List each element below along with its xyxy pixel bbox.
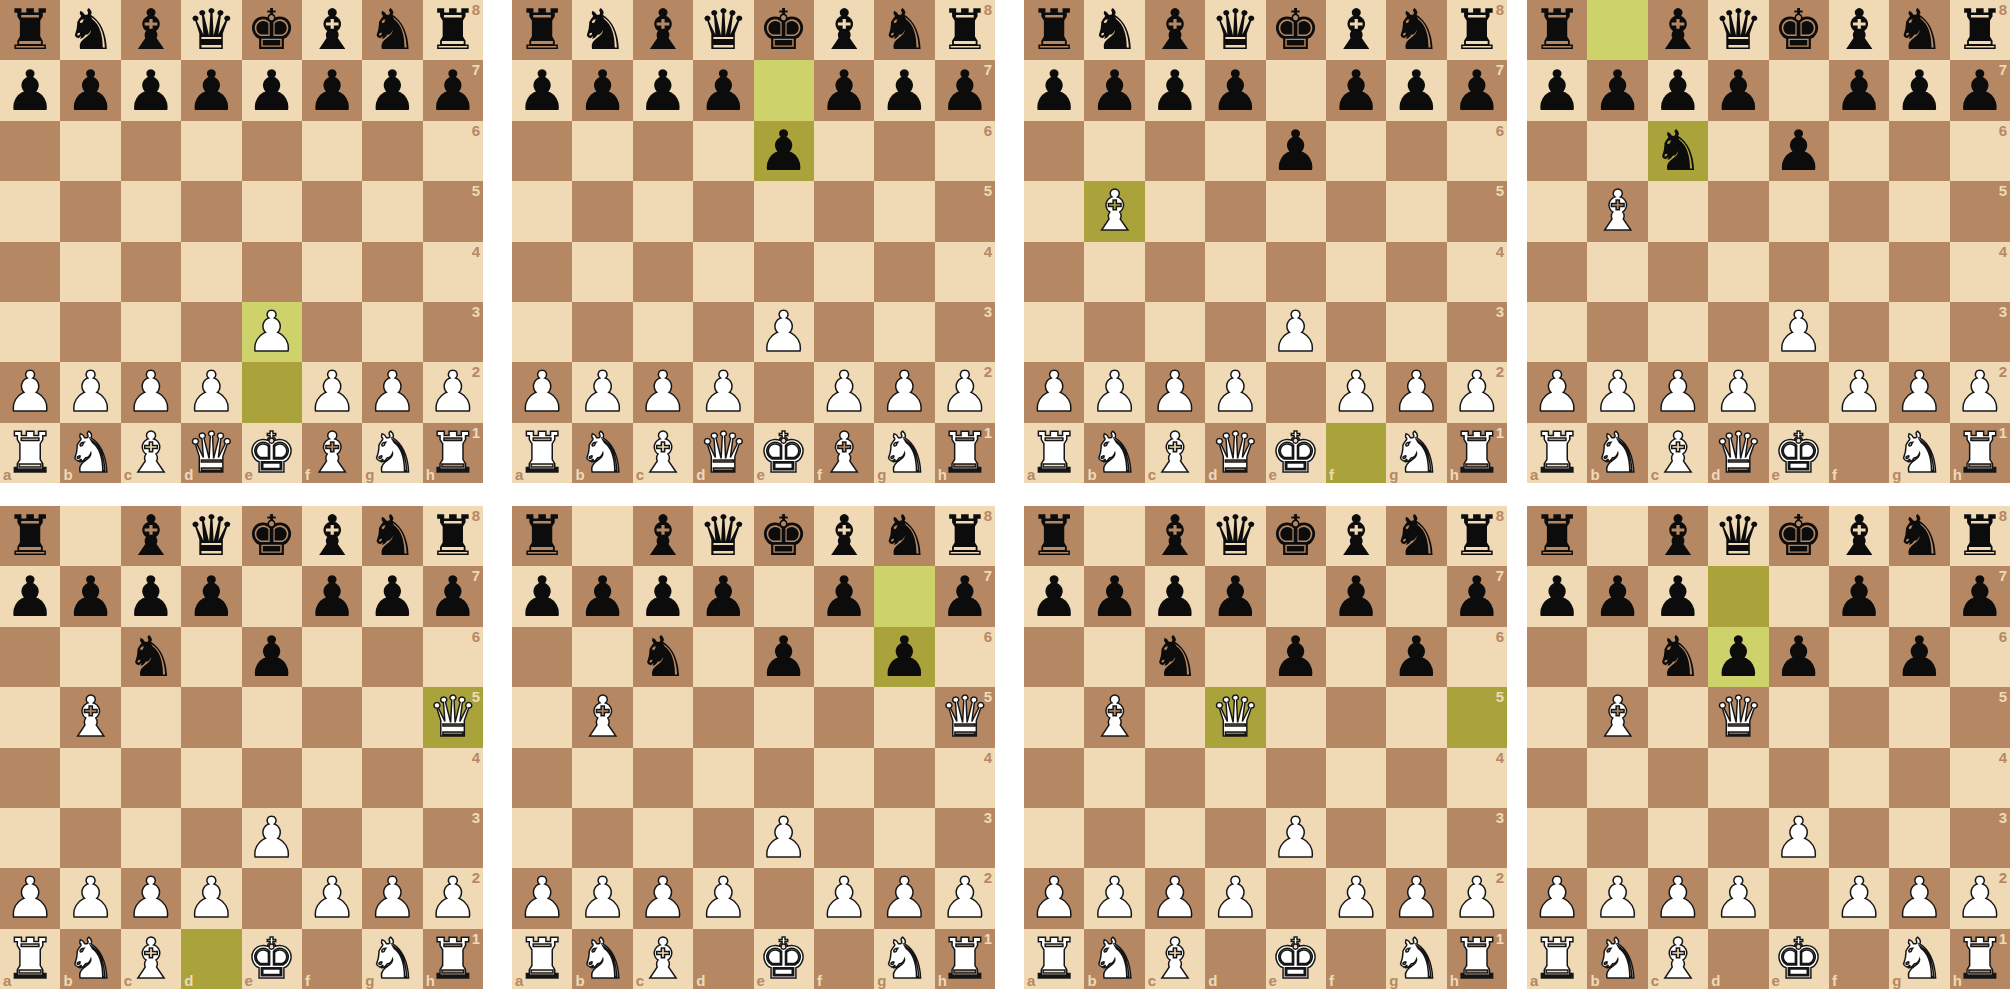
square-d2: ♟ bbox=[693, 362, 753, 422]
square-a8: ♜ bbox=[1024, 506, 1084, 566]
black-rook: ♜ bbox=[517, 2, 567, 58]
rank-label-4: 4 bbox=[984, 749, 992, 766]
square-e7 bbox=[754, 60, 814, 120]
white-queen: ♛ bbox=[1713, 689, 1763, 745]
square-b8 bbox=[1587, 0, 1647, 60]
square-h4: 4 bbox=[1950, 242, 2010, 302]
square-e4 bbox=[1769, 748, 1829, 808]
square-a7: ♟ bbox=[1527, 566, 1587, 626]
square-c4 bbox=[1145, 748, 1205, 808]
square-d7: ♟ bbox=[181, 566, 241, 626]
square-f3 bbox=[814, 302, 874, 362]
square-c5 bbox=[1145, 687, 1205, 747]
white-bishop: ♝ bbox=[819, 425, 869, 481]
square-h1: ♜1h bbox=[1950, 929, 2010, 989]
rank-label-4: 4 bbox=[1999, 243, 2007, 260]
square-d3 bbox=[181, 302, 241, 362]
white-knight: ♞ bbox=[1592, 931, 1642, 987]
white-rook: ♜ bbox=[5, 425, 55, 481]
square-f6 bbox=[302, 627, 362, 687]
square-h6: 6 bbox=[1447, 627, 1507, 687]
white-pawn: ♟ bbox=[1391, 870, 1441, 926]
white-pawn: ♟ bbox=[1713, 870, 1763, 926]
black-rook: ♜ bbox=[1955, 508, 2005, 564]
rank-label-6: 6 bbox=[984, 122, 992, 139]
square-e3: ♟ bbox=[1266, 808, 1326, 868]
square-f3 bbox=[1326, 302, 1386, 362]
black-rook: ♜ bbox=[1452, 2, 1502, 58]
black-pawn: ♟ bbox=[1532, 569, 1582, 625]
square-e7 bbox=[1769, 60, 1829, 120]
black-pawn: ♟ bbox=[1894, 63, 1944, 119]
square-d4 bbox=[1708, 242, 1768, 302]
square-g6 bbox=[1889, 121, 1949, 181]
square-e6: ♟ bbox=[1769, 121, 1829, 181]
chess-board-2[interactable]: ♜♞♝♛♚♝♞♜8♟♟♟♟♟♟♟7♟654♟3♟♟♟♟♟♟♟2♜a♞b♝c♛d♚… bbox=[512, 0, 995, 483]
chess-board-7[interactable]: ♜♝♛♚♝♞♜8♟♟♟♟♟♟7♞♟♟6♝♛54♟3♟♟♟♟♟♟♟2♜a♞b♝cd… bbox=[1024, 506, 1507, 989]
square-d6 bbox=[693, 627, 753, 687]
white-rook: ♜ bbox=[428, 425, 478, 481]
white-bishop: ♝ bbox=[1150, 931, 1200, 987]
square-f7: ♟ bbox=[814, 60, 874, 120]
square-b2: ♟ bbox=[60, 362, 120, 422]
rank-label-3: 3 bbox=[472, 303, 480, 320]
square-b5 bbox=[60, 181, 120, 241]
square-a3 bbox=[1527, 302, 1587, 362]
white-pawn: ♟ bbox=[307, 364, 357, 420]
black-pawn: ♟ bbox=[428, 63, 478, 119]
black-knight: ♞ bbox=[367, 508, 417, 564]
white-rook: ♜ bbox=[1955, 931, 2005, 987]
square-d4 bbox=[1205, 242, 1265, 302]
black-queen: ♛ bbox=[1210, 508, 1260, 564]
square-a3 bbox=[1024, 808, 1084, 868]
chess-board-1[interactable]: ♜♞♝♛♚♝♞♜8♟♟♟♟♟♟♟♟7654♟3♟♟♟♟♟♟♟2♜a♞b♝c♛d♚… bbox=[0, 0, 483, 483]
square-e2 bbox=[1769, 362, 1829, 422]
square-a8: ♜ bbox=[1527, 506, 1587, 566]
white-king: ♚ bbox=[1774, 931, 1824, 987]
square-c6: ♞ bbox=[1145, 627, 1205, 687]
black-pawn: ♟ bbox=[1452, 569, 1502, 625]
white-bishop: ♝ bbox=[638, 931, 688, 987]
square-e3: ♟ bbox=[1769, 302, 1829, 362]
square-f4 bbox=[814, 242, 874, 302]
square-d2: ♟ bbox=[181, 868, 241, 928]
square-a8: ♜ bbox=[1527, 0, 1587, 60]
square-f3 bbox=[302, 302, 362, 362]
square-g1: ♞g bbox=[1386, 423, 1446, 483]
square-a3 bbox=[512, 302, 572, 362]
white-pawn: ♟ bbox=[1089, 870, 1139, 926]
white-bishop: ♝ bbox=[1089, 183, 1139, 239]
square-b3 bbox=[1084, 302, 1144, 362]
square-a2: ♟ bbox=[512, 362, 572, 422]
square-a5 bbox=[512, 687, 572, 747]
black-knight: ♞ bbox=[1894, 2, 1944, 58]
square-e4 bbox=[242, 748, 302, 808]
square-a6 bbox=[512, 627, 572, 687]
square-c7: ♟ bbox=[121, 566, 181, 626]
white-pawn: ♟ bbox=[428, 364, 478, 420]
square-d8: ♛ bbox=[693, 506, 753, 566]
file-label-f: f bbox=[305, 972, 310, 989]
square-b4 bbox=[572, 242, 632, 302]
square-e1: ♚e bbox=[754, 423, 814, 483]
square-g6 bbox=[874, 121, 934, 181]
white-pawn: ♟ bbox=[1592, 870, 1642, 926]
black-pawn: ♟ bbox=[367, 569, 417, 625]
file-label-d: d bbox=[1208, 972, 1217, 989]
square-c4 bbox=[633, 242, 693, 302]
square-a3 bbox=[0, 302, 60, 362]
square-d6 bbox=[1205, 121, 1265, 181]
white-pawn: ♟ bbox=[1653, 364, 1703, 420]
black-bishop: ♝ bbox=[819, 2, 869, 58]
square-g6: ♟ bbox=[1386, 627, 1446, 687]
square-f4 bbox=[1829, 242, 1889, 302]
square-c3 bbox=[1145, 808, 1205, 868]
square-b5: ♝ bbox=[1084, 181, 1144, 241]
square-c4 bbox=[633, 748, 693, 808]
square-b4 bbox=[572, 748, 632, 808]
square-h4: 4 bbox=[1447, 242, 1507, 302]
square-b2: ♟ bbox=[1587, 362, 1647, 422]
square-h1: ♜1h bbox=[1950, 423, 2010, 483]
square-g7: ♟ bbox=[1386, 60, 1446, 120]
white-rook: ♜ bbox=[428, 931, 478, 987]
square-b8: ♞ bbox=[572, 0, 632, 60]
black-pawn: ♟ bbox=[5, 569, 55, 625]
square-a4 bbox=[512, 242, 572, 302]
chess-board-8[interactable]: ♜♝♛♚♝♞♜8♟♟♟♟♟7♞♟♟♟6♝♛54♟3♟♟♟♟♟♟♟2♜a♞b♝cd… bbox=[1527, 506, 2010, 989]
square-g7: ♟ bbox=[362, 60, 422, 120]
square-h5: 5 bbox=[1447, 687, 1507, 747]
square-f6 bbox=[1326, 121, 1386, 181]
square-f2: ♟ bbox=[1829, 868, 1889, 928]
chess-board-6[interactable]: ♜♝♛♚♝♞♜8♟♟♟♟♟♟7♞♟♟6♝♛54♟3♟♟♟♟♟♟♟2♜a♞b♝cd… bbox=[512, 506, 995, 989]
square-d5 bbox=[693, 687, 753, 747]
black-knight: ♞ bbox=[1391, 508, 1441, 564]
square-a8: ♜ bbox=[0, 506, 60, 566]
white-pawn: ♟ bbox=[1150, 870, 1200, 926]
square-g6: ♟ bbox=[874, 627, 934, 687]
black-queen: ♛ bbox=[186, 2, 236, 58]
square-c7: ♟ bbox=[1648, 60, 1708, 120]
white-pawn: ♟ bbox=[186, 364, 236, 420]
black-knight: ♞ bbox=[65, 2, 115, 58]
black-pawn: ♟ bbox=[1955, 63, 2005, 119]
square-f1: f bbox=[1829, 929, 1889, 989]
square-b5: ♝ bbox=[1084, 687, 1144, 747]
black-pawn: ♟ bbox=[1150, 63, 1200, 119]
black-rook: ♜ bbox=[5, 508, 55, 564]
square-g5 bbox=[1889, 181, 1949, 241]
white-pawn: ♟ bbox=[698, 364, 748, 420]
black-knight: ♞ bbox=[1391, 2, 1441, 58]
square-h8: ♜8 bbox=[423, 0, 483, 60]
black-pawn: ♟ bbox=[1271, 629, 1321, 685]
file-label-d: d bbox=[1711, 972, 1720, 989]
square-c3 bbox=[121, 808, 181, 868]
square-c8: ♝ bbox=[1145, 0, 1205, 60]
square-c7: ♟ bbox=[1145, 566, 1205, 626]
square-g5 bbox=[874, 687, 934, 747]
square-h7: ♟7 bbox=[1447, 566, 1507, 626]
black-king: ♚ bbox=[247, 508, 297, 564]
white-pawn: ♟ bbox=[1452, 870, 1502, 926]
black-bishop: ♝ bbox=[1331, 508, 1381, 564]
square-e3: ♟ bbox=[242, 302, 302, 362]
square-g4 bbox=[1889, 748, 1949, 808]
square-a7: ♟ bbox=[1024, 60, 1084, 120]
square-d5 bbox=[181, 687, 241, 747]
square-f1: ♝f bbox=[302, 423, 362, 483]
square-c1: ♝c bbox=[1145, 929, 1205, 989]
square-a4 bbox=[1024, 242, 1084, 302]
square-a2: ♟ bbox=[1024, 868, 1084, 928]
black-pawn: ♟ bbox=[1271, 123, 1321, 179]
white-pawn: ♟ bbox=[879, 870, 929, 926]
square-f2: ♟ bbox=[1326, 362, 1386, 422]
square-b3 bbox=[572, 302, 632, 362]
square-b7: ♟ bbox=[60, 566, 120, 626]
white-pawn: ♟ bbox=[1331, 870, 1381, 926]
square-d1: d bbox=[1708, 929, 1768, 989]
file-label-f: f bbox=[817, 972, 822, 989]
white-bishop: ♝ bbox=[1089, 689, 1139, 745]
black-pawn: ♟ bbox=[1774, 629, 1824, 685]
square-h2: ♟2 bbox=[935, 362, 995, 422]
square-a6 bbox=[0, 121, 60, 181]
square-f5 bbox=[1326, 687, 1386, 747]
white-pawn: ♟ bbox=[1089, 364, 1139, 420]
white-queen: ♛ bbox=[1713, 425, 1763, 481]
file-label-f: f bbox=[1832, 466, 1837, 483]
square-a2: ♟ bbox=[0, 362, 60, 422]
black-knight: ♞ bbox=[1150, 629, 1200, 685]
black-knight: ♞ bbox=[577, 2, 627, 58]
square-d7: ♟ bbox=[1708, 60, 1768, 120]
square-h8: ♜8 bbox=[1950, 0, 2010, 60]
black-pawn: ♟ bbox=[1713, 63, 1763, 119]
square-h8: ♜8 bbox=[935, 506, 995, 566]
black-pawn: ♟ bbox=[1210, 569, 1260, 625]
square-f2: ♟ bbox=[814, 868, 874, 928]
square-g8: ♞ bbox=[874, 0, 934, 60]
square-b5: ♝ bbox=[60, 687, 120, 747]
white-pawn: ♟ bbox=[367, 364, 417, 420]
square-e8: ♚ bbox=[242, 506, 302, 566]
square-d5 bbox=[1708, 181, 1768, 241]
square-f2: ♟ bbox=[302, 868, 362, 928]
square-f7: ♟ bbox=[814, 566, 874, 626]
black-pawn: ♟ bbox=[1331, 63, 1381, 119]
black-pawn: ♟ bbox=[65, 63, 115, 119]
square-a1: ♜a bbox=[512, 929, 572, 989]
square-h1: ♜1h bbox=[423, 423, 483, 483]
square-d8: ♛ bbox=[1205, 0, 1265, 60]
square-g1: ♞g bbox=[362, 929, 422, 989]
square-c6: ♞ bbox=[633, 627, 693, 687]
square-a7: ♟ bbox=[1024, 566, 1084, 626]
square-e3: ♟ bbox=[242, 808, 302, 868]
square-b1: ♞b bbox=[60, 929, 120, 989]
square-a5 bbox=[1024, 687, 1084, 747]
white-bishop: ♝ bbox=[1592, 689, 1642, 745]
square-h7: ♟7 bbox=[423, 60, 483, 120]
square-h2: ♟2 bbox=[1447, 362, 1507, 422]
square-b7: ♟ bbox=[1084, 566, 1144, 626]
square-b7: ♟ bbox=[572, 60, 632, 120]
square-e1: ♚e bbox=[1266, 423, 1326, 483]
white-rook: ♜ bbox=[1029, 931, 1079, 987]
white-bishop: ♝ bbox=[307, 425, 357, 481]
black-pawn: ♟ bbox=[1331, 569, 1381, 625]
black-pawn: ♟ bbox=[698, 63, 748, 119]
square-g6: ♟ bbox=[1889, 627, 1949, 687]
square-f6 bbox=[1829, 627, 1889, 687]
square-e5 bbox=[1769, 687, 1829, 747]
square-g5 bbox=[1889, 687, 1949, 747]
square-f2: ♟ bbox=[302, 362, 362, 422]
square-a2: ♟ bbox=[1527, 362, 1587, 422]
white-pawn: ♟ bbox=[1955, 870, 2005, 926]
black-pawn: ♟ bbox=[940, 569, 990, 625]
square-c6 bbox=[121, 121, 181, 181]
white-knight: ♞ bbox=[367, 425, 417, 481]
square-e4 bbox=[1769, 242, 1829, 302]
black-pawn: ♟ bbox=[638, 63, 688, 119]
square-e2 bbox=[754, 868, 814, 928]
chess-board-4[interactable]: ♜♝♛♚♝♞♜8♟♟♟♟♟♟♟7♞♟6♝54♟3♟♟♟♟♟♟♟2♜a♞b♝c♛d… bbox=[1527, 0, 2010, 483]
white-pawn: ♟ bbox=[126, 364, 176, 420]
square-c2: ♟ bbox=[1145, 362, 1205, 422]
square-f3 bbox=[814, 808, 874, 868]
square-h2: ♟2 bbox=[935, 868, 995, 928]
white-knight: ♞ bbox=[1391, 425, 1441, 481]
square-h3: 3 bbox=[935, 808, 995, 868]
square-d1: ♛d bbox=[1708, 423, 1768, 483]
square-a8: ♜ bbox=[512, 506, 572, 566]
white-rook: ♜ bbox=[1452, 425, 1502, 481]
square-e5 bbox=[242, 687, 302, 747]
square-f7: ♟ bbox=[1326, 566, 1386, 626]
white-queen: ♛ bbox=[1210, 689, 1260, 745]
square-e6: ♟ bbox=[1266, 627, 1326, 687]
square-c7: ♟ bbox=[633, 566, 693, 626]
file-label-f: f bbox=[1329, 972, 1334, 989]
square-c5 bbox=[633, 181, 693, 241]
square-c5 bbox=[121, 687, 181, 747]
square-a6 bbox=[0, 627, 60, 687]
square-a7: ♟ bbox=[512, 566, 572, 626]
black-rook: ♜ bbox=[1532, 2, 1582, 58]
square-d4 bbox=[1708, 748, 1768, 808]
square-h2: ♟2 bbox=[423, 362, 483, 422]
rank-label-5: 5 bbox=[984, 182, 992, 199]
square-h7: ♟7 bbox=[1950, 566, 2010, 626]
white-pawn: ♟ bbox=[1592, 364, 1642, 420]
square-a7: ♟ bbox=[0, 60, 60, 120]
black-bishop: ♝ bbox=[307, 508, 357, 564]
square-d5 bbox=[1205, 181, 1265, 241]
square-e8: ♚ bbox=[1769, 0, 1829, 60]
square-d4 bbox=[1205, 748, 1265, 808]
square-h1: ♜1h bbox=[1447, 929, 1507, 989]
black-pawn: ♟ bbox=[247, 629, 297, 685]
white-rook: ♜ bbox=[940, 425, 990, 481]
square-d8: ♛ bbox=[181, 0, 241, 60]
square-e3: ♟ bbox=[754, 808, 814, 868]
square-d3 bbox=[693, 302, 753, 362]
square-g7: ♟ bbox=[1889, 60, 1949, 120]
white-pawn: ♟ bbox=[759, 304, 809, 360]
square-b7: ♟ bbox=[1587, 566, 1647, 626]
square-g1: ♞g bbox=[362, 423, 422, 483]
black-bishop: ♝ bbox=[1653, 508, 1703, 564]
square-b8: ♞ bbox=[60, 0, 120, 60]
square-c5 bbox=[1145, 181, 1205, 241]
black-bishop: ♝ bbox=[819, 508, 869, 564]
square-c6 bbox=[633, 121, 693, 181]
square-a8: ♜ bbox=[0, 0, 60, 60]
white-bishop: ♝ bbox=[65, 689, 115, 745]
square-f7: ♟ bbox=[1829, 566, 1889, 626]
square-f3 bbox=[302, 808, 362, 868]
square-a1: ♜a bbox=[1024, 423, 1084, 483]
black-pawn: ♟ bbox=[65, 569, 115, 625]
black-pawn: ♟ bbox=[1210, 63, 1260, 119]
chess-board-5[interactable]: ♜♝♛♚♝♞♜8♟♟♟♟♟♟♟7♞♟6♝♛54♟3♟♟♟♟♟♟♟2♜a♞b♝cd… bbox=[0, 506, 483, 989]
square-h8: ♜8 bbox=[423, 506, 483, 566]
square-h6: 6 bbox=[1447, 121, 1507, 181]
file-label-f: f bbox=[1329, 466, 1334, 483]
square-e7 bbox=[242, 566, 302, 626]
chess-board-3[interactable]: ♜♞♝♛♚♝♞♜8♟♟♟♟♟♟♟7♟6♝54♟3♟♟♟♟♟♟♟2♜a♞b♝c♛d… bbox=[1024, 0, 1507, 483]
square-b3 bbox=[60, 302, 120, 362]
white-pawn: ♟ bbox=[5, 364, 55, 420]
square-h3: 3 bbox=[935, 302, 995, 362]
black-pawn: ♟ bbox=[1150, 569, 1200, 625]
square-a2: ♟ bbox=[512, 868, 572, 928]
square-c2: ♟ bbox=[1648, 868, 1708, 928]
square-d3 bbox=[1708, 808, 1768, 868]
square-b1: ♞b bbox=[1587, 929, 1647, 989]
square-e4 bbox=[754, 242, 814, 302]
square-g7 bbox=[1889, 566, 1949, 626]
square-e6: ♟ bbox=[754, 627, 814, 687]
square-h7: ♟7 bbox=[1950, 60, 2010, 120]
square-a5 bbox=[0, 687, 60, 747]
white-knight: ♞ bbox=[367, 931, 417, 987]
square-g3 bbox=[362, 302, 422, 362]
square-c1: ♝c bbox=[121, 929, 181, 989]
white-pawn: ♟ bbox=[367, 870, 417, 926]
square-h2: ♟2 bbox=[1447, 868, 1507, 928]
square-d6 bbox=[1708, 121, 1768, 181]
square-d8: ♛ bbox=[181, 506, 241, 566]
black-rook: ♜ bbox=[1532, 508, 1582, 564]
square-g8: ♞ bbox=[1889, 0, 1949, 60]
square-c3 bbox=[633, 808, 693, 868]
square-f5 bbox=[1326, 181, 1386, 241]
square-d2: ♟ bbox=[1205, 362, 1265, 422]
square-d5 bbox=[181, 181, 241, 241]
black-bishop: ♝ bbox=[1653, 2, 1703, 58]
square-b7: ♟ bbox=[1587, 60, 1647, 120]
square-c8: ♝ bbox=[121, 0, 181, 60]
white-pawn: ♟ bbox=[940, 364, 990, 420]
